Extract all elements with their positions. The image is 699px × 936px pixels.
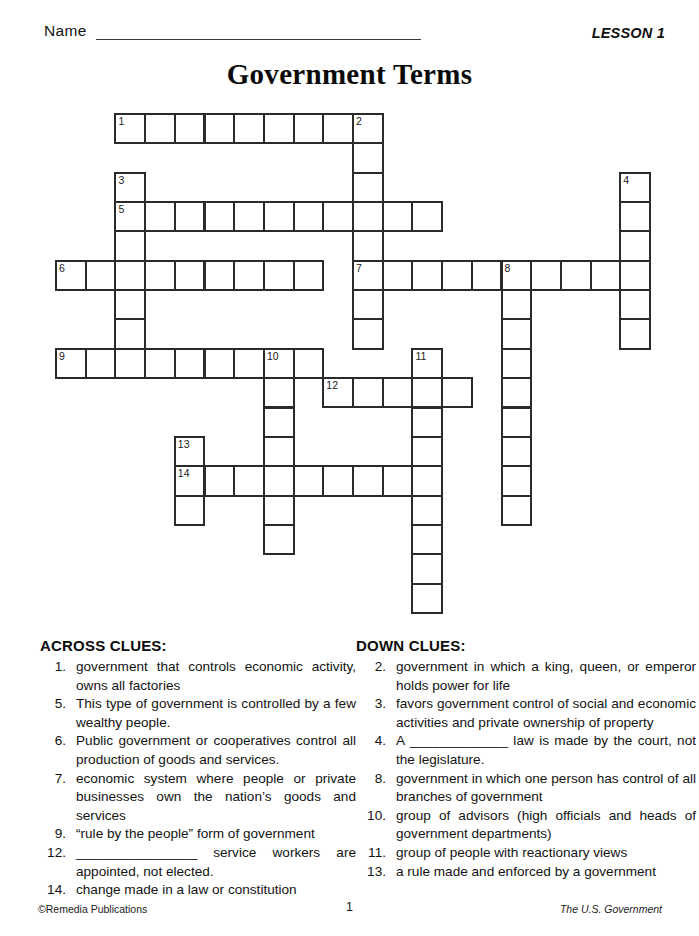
grid-cell-r2c2[interactable]: 3 xyxy=(114,172,146,203)
grid-cell-r11c4[interactable]: 13 xyxy=(174,436,206,467)
grid-cell-r5c4[interactable] xyxy=(174,260,206,291)
cell-number-9: 9 xyxy=(59,350,65,362)
clue-text: This type of government is controlled by… xyxy=(76,695,356,732)
grid-cell-r10c15[interactable] xyxy=(501,407,533,438)
grid-cell-r13c4[interactable] xyxy=(174,495,206,526)
grid-cell-r3c19[interactable] xyxy=(619,201,651,232)
grid-cell-r8c15[interactable] xyxy=(501,348,533,379)
grid-cell-r0c9[interactable] xyxy=(322,113,354,144)
clue-number: 12. xyxy=(40,844,66,863)
grid-cell-r6c2[interactable] xyxy=(114,289,146,320)
grid-cell-r0c2[interactable]: 1 xyxy=(114,113,146,144)
cell-number-14: 14 xyxy=(178,467,190,479)
page-title: Government Terms xyxy=(0,58,699,91)
down-clue-10: 10.group of advisors (high officials and… xyxy=(356,807,696,844)
grid-cell-r8c5[interactable] xyxy=(204,348,236,379)
lesson-badge: LESSON 1 xyxy=(592,25,665,41)
across-clues-heading: ACROSS CLUES: xyxy=(40,637,356,654)
grid-cell-r5c19[interactable] xyxy=(619,260,651,291)
clue-text: Public government or cooperatives contro… xyxy=(76,732,356,769)
grid-cell-r3c3[interactable] xyxy=(144,201,176,232)
grid-cell-r16c12[interactable] xyxy=(411,583,443,614)
down-clue-13: 13.a rule made and enforced by a governm… xyxy=(356,863,696,882)
grid-cell-r3c4[interactable] xyxy=(174,201,206,232)
down-clue-2: 2.government in which a king, queen, or … xyxy=(356,658,696,695)
cell-number-6: 6 xyxy=(59,262,65,274)
grid-cell-r0c5[interactable] xyxy=(204,113,236,144)
grid-cell-r10c7[interactable] xyxy=(263,407,295,438)
grid-cell-r5c0[interactable]: 6 xyxy=(55,260,87,291)
grid-cell-r7c15[interactable] xyxy=(501,318,533,349)
down-clue-3: 3.favors government control of social an… xyxy=(356,695,696,732)
grid-cell-r5c3[interactable] xyxy=(144,260,176,291)
grid-cell-r11c12[interactable] xyxy=(411,436,443,467)
across-clue-5: 5.This type of government is controlled … xyxy=(40,695,356,732)
grid-cell-r0c7[interactable] xyxy=(263,113,295,144)
clue-text: a rule made and enforced by a government xyxy=(396,863,696,882)
cell-number-1: 1 xyxy=(118,115,124,127)
cell-number-13: 13 xyxy=(178,438,190,450)
grid-cell-r10c12[interactable] xyxy=(411,407,443,438)
clue-number: 14. xyxy=(40,881,66,900)
cell-number-3: 3 xyxy=(118,174,124,186)
clue-text: “rule by the people” form of government xyxy=(76,825,356,844)
grid-cell-r9c10[interactable] xyxy=(352,377,384,408)
grid-cell-r6c10[interactable] xyxy=(352,289,384,320)
grid-cell-r2c19[interactable]: 4 xyxy=(619,172,651,203)
grid-cell-r6c15[interactable] xyxy=(501,289,533,320)
grid-cell-r12c7[interactable] xyxy=(263,465,295,496)
cell-number-7: 7 xyxy=(356,262,362,274)
grid-cell-r12c12[interactable] xyxy=(411,465,443,496)
grid-cell-r7c19[interactable] xyxy=(619,318,651,349)
grid-cell-r3c7[interactable] xyxy=(263,201,295,232)
grid-cell-r5c7[interactable] xyxy=(263,260,295,291)
cell-number-12: 12 xyxy=(326,379,338,391)
grid-cell-r3c10[interactable] xyxy=(352,201,384,232)
grid-cell-r5c16[interactable] xyxy=(530,260,562,291)
cell-number-8: 8 xyxy=(505,262,511,274)
down-clues-section: DOWN CLUES: 2.government in which a king… xyxy=(356,637,696,881)
grid-cell-r15c12[interactable] xyxy=(411,553,443,584)
cell-number-4: 4 xyxy=(623,174,629,186)
down-clues-list: 2.government in which a king, queen, or … xyxy=(356,658,696,881)
clue-number: 9. xyxy=(40,825,66,844)
clue-text: group of people with reactionary views xyxy=(396,844,696,863)
clue-text: change made in a law or constitution xyxy=(76,881,356,900)
grid-cell-r9c15[interactable] xyxy=(501,377,533,408)
grid-cell-r8c1[interactable] xyxy=(85,348,117,379)
clue-number: 13. xyxy=(356,863,386,882)
clue-number: 10. xyxy=(356,807,386,826)
cell-number-10: 10 xyxy=(267,350,279,362)
clue-text: favors government control of social and … xyxy=(396,695,696,732)
grid-cell-r12c6[interactable] xyxy=(233,465,265,496)
grid-cell-r11c15[interactable] xyxy=(501,436,533,467)
grid-cell-r5c15[interactable]: 8 xyxy=(501,260,533,291)
grid-cell-r3c5[interactable] xyxy=(204,201,236,232)
grid-cell-r9c12[interactable] xyxy=(411,377,443,408)
clue-number: 2. xyxy=(356,658,386,677)
across-clues-list: 1.government that controls economic acti… xyxy=(40,658,356,900)
grid-cell-r11c7[interactable] xyxy=(263,436,295,467)
grid-cell-r12c9[interactable] xyxy=(322,465,354,496)
grid-cell-r4c2[interactable] xyxy=(114,230,146,261)
across-clue-1: 1.government that controls economic acti… xyxy=(40,658,356,695)
grid-cell-r5c17[interactable] xyxy=(560,260,592,291)
grid-cell-r12c15[interactable] xyxy=(501,465,533,496)
clue-number: 6. xyxy=(40,732,66,751)
grid-cell-r8c2[interactable] xyxy=(114,348,146,379)
grid-cell-r4c19[interactable] xyxy=(619,230,651,261)
grid-cell-r8c8[interactable] xyxy=(293,348,325,379)
clue-number: 5. xyxy=(40,695,66,714)
grid-cell-r13c7[interactable] xyxy=(263,495,295,526)
cell-number-5: 5 xyxy=(118,203,124,215)
grid-cell-r12c11[interactable] xyxy=(382,465,414,496)
grid-cell-r12c5[interactable] xyxy=(204,465,236,496)
grid-cell-r5c6[interactable] xyxy=(233,260,265,291)
across-clue-12: 12.________________ service workers are … xyxy=(40,844,356,881)
crossword-grid: 1234567891011121314 xyxy=(55,113,651,614)
grid-cell-r13c12[interactable] xyxy=(411,495,443,526)
grid-cell-r5c11[interactable] xyxy=(382,260,414,291)
grid-cell-r14c12[interactable] xyxy=(411,524,443,555)
grid-cell-r8c12[interactable]: 11 xyxy=(411,348,443,379)
grid-cell-r9c11[interactable] xyxy=(382,377,414,408)
clue-text: government that controls economic activi… xyxy=(76,658,356,695)
grid-cell-r5c10[interactable]: 7 xyxy=(352,260,384,291)
name-input-line[interactable] xyxy=(96,24,421,40)
grid-cell-r2c10[interactable] xyxy=(352,172,384,203)
down-clues-heading: DOWN CLUES: xyxy=(356,637,696,654)
grid-cell-r3c9[interactable] xyxy=(322,201,354,232)
grid-cell-r3c11[interactable] xyxy=(382,201,414,232)
grid-cell-r12c10[interactable] xyxy=(352,465,384,496)
grid-cell-r0c4[interactable] xyxy=(174,113,206,144)
grid-cell-r8c3[interactable] xyxy=(144,348,176,379)
grid-cell-r5c18[interactable] xyxy=(590,260,622,291)
grid-cell-r9c7[interactable] xyxy=(263,377,295,408)
across-clue-6: 6.Public government or cooperatives cont… xyxy=(40,732,356,769)
grid-cell-r6c19[interactable] xyxy=(619,289,651,320)
clue-number: 3. xyxy=(356,695,386,714)
grid-cell-r8c0[interactable]: 9 xyxy=(55,348,87,379)
grid-cell-r5c14[interactable] xyxy=(471,260,503,291)
grid-cell-r8c7[interactable]: 10 xyxy=(263,348,295,379)
across-clue-9: 9.“rule by the people” form of governmen… xyxy=(40,825,356,844)
grid-cell-r5c1[interactable] xyxy=(85,260,117,291)
clue-text: A _____________ law is made by the court… xyxy=(396,732,696,769)
cell-number-11: 11 xyxy=(415,350,426,362)
down-clue-4: 4.A _____________ law is made by the cou… xyxy=(356,732,696,769)
clue-text: government in which a king, queen, or em… xyxy=(396,658,696,695)
grid-cell-r5c13[interactable] xyxy=(441,260,473,291)
grid-cell-r0c10[interactable]: 2 xyxy=(352,113,384,144)
down-clue-11: 11.group of people with reactionary view… xyxy=(356,844,696,863)
grid-cell-r5c5[interactable] xyxy=(204,260,236,291)
grid-cell-r3c6[interactable] xyxy=(233,201,265,232)
series-title: The U.S. Government xyxy=(560,903,662,915)
grid-cell-r0c8[interactable] xyxy=(293,113,325,144)
grid-cell-r0c3[interactable] xyxy=(144,113,176,144)
grid-cell-r5c12[interactable] xyxy=(411,260,443,291)
grid-cell-r5c2[interactable] xyxy=(114,260,146,291)
clue-text: group of advisors (high officials and he… xyxy=(396,807,696,844)
worksheet-page: Name LESSON 1 Government Terms 123456789… xyxy=(0,0,699,936)
grid-cell-r3c12[interactable] xyxy=(411,201,443,232)
across-clues-section: ACROSS CLUES: 1.government that controls… xyxy=(40,637,356,900)
grid-cell-r5c8[interactable] xyxy=(293,260,325,291)
grid-cell-r12c8[interactable] xyxy=(293,465,325,496)
grid-cell-r8c4[interactable] xyxy=(174,348,206,379)
grid-cell-r8c6[interactable] xyxy=(233,348,265,379)
clue-text: ________________ service workers are app… xyxy=(76,844,356,881)
grid-cell-r3c2[interactable]: 5 xyxy=(114,201,146,232)
down-clue-8: 8.government in which one person has con… xyxy=(356,770,696,807)
clue-number: 11. xyxy=(356,844,386,863)
cell-number-2: 2 xyxy=(356,115,362,127)
grid-cell-r7c2[interactable] xyxy=(114,318,146,349)
grid-cell-r7c10[interactable] xyxy=(352,318,384,349)
grid-cell-r9c9[interactable]: 12 xyxy=(322,377,354,408)
name-label: Name xyxy=(44,22,87,40)
grid-cell-r3c8[interactable] xyxy=(293,201,325,232)
clue-number: 7. xyxy=(40,770,66,789)
grid-cell-r13c15[interactable] xyxy=(501,495,533,526)
clue-text: economic system where people or private … xyxy=(76,770,356,826)
clue-text: government in which one person has contr… xyxy=(396,770,696,807)
clue-number: 8. xyxy=(356,770,386,789)
clue-number: 1. xyxy=(40,658,66,677)
grid-cell-r9c13[interactable] xyxy=(441,377,473,408)
grid-cell-r4c10[interactable] xyxy=(352,230,384,261)
across-clue-14: 14.change made in a law or constitution xyxy=(40,881,356,900)
clue-number: 4. xyxy=(356,732,386,751)
grid-cell-r14c7[interactable] xyxy=(263,524,295,555)
grid-cell-r1c10[interactable] xyxy=(352,142,384,173)
grid-cell-r12c4[interactable]: 14 xyxy=(174,465,206,496)
grid-cell-r0c6[interactable] xyxy=(233,113,265,144)
across-clue-7: 7.economic system where people or privat… xyxy=(40,770,356,826)
